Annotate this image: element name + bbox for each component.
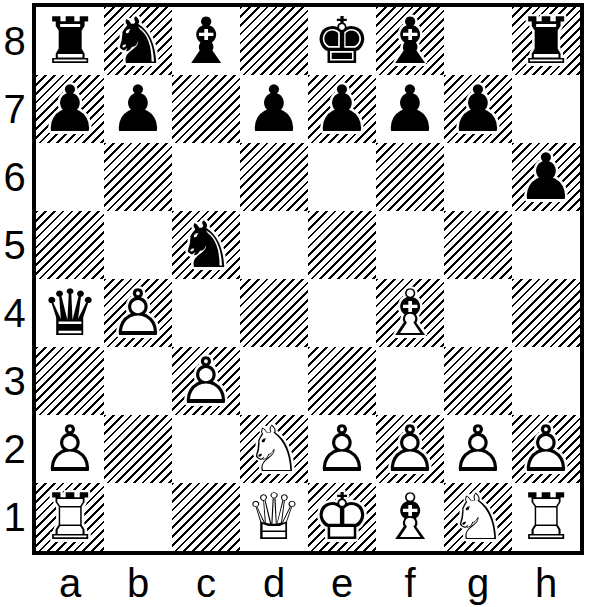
square-h6[interactable]: ♟ (512, 143, 580, 211)
file-label-f: f (376, 561, 444, 606)
square-g2[interactable]: ♟♙ (444, 415, 512, 483)
rank-labels: 87654321 (0, 7, 29, 551)
square-a3[interactable] (36, 347, 104, 415)
rank-label-1: 1 (0, 483, 29, 551)
square-a5[interactable] (36, 211, 104, 279)
square-h7[interactable] (512, 75, 580, 143)
square-h2[interactable]: ♟♙ (512, 415, 580, 483)
file-label-g: g (444, 561, 512, 606)
square-a2[interactable]: ♟♙ (36, 415, 104, 483)
square-g6[interactable] (444, 143, 512, 211)
black-bishop-c8[interactable]: ♝ (172, 7, 240, 75)
white-rook-h1[interactable]: ♖ (512, 483, 580, 551)
white-king-e1[interactable]: ♔ (308, 483, 376, 551)
square-f6[interactable] (376, 143, 444, 211)
square-b5[interactable] (104, 211, 172, 279)
black-rook-a8[interactable]: ♜ (36, 7, 104, 75)
square-a6[interactable] (36, 143, 104, 211)
square-h1[interactable]: ♜♖ (512, 483, 580, 551)
rank-label-3: 3 (0, 347, 29, 415)
square-d5[interactable] (240, 211, 308, 279)
square-c4[interactable] (172, 279, 240, 347)
square-h5[interactable] (512, 211, 580, 279)
square-f5[interactable] (376, 211, 444, 279)
square-g1[interactable]: ♞♘ (444, 483, 512, 551)
rank-label-8: 8 (0, 7, 29, 75)
square-b3[interactable] (104, 347, 172, 415)
square-f2[interactable]: ♟♙ (376, 415, 444, 483)
white-knight-g1[interactable]: ♘ (444, 483, 512, 551)
black-knight-c5[interactable]: ♞ (172, 211, 240, 279)
rank-label-6: 6 (0, 143, 29, 211)
square-g5[interactable] (444, 211, 512, 279)
white-rook-a1[interactable]: ♖ (36, 483, 104, 551)
square-h3[interactable] (512, 347, 580, 415)
black-king-e8[interactable]: ♚ (308, 7, 376, 75)
white-knight-d2[interactable]: ♘ (240, 415, 308, 483)
white-queen-d1[interactable]: ♕ (240, 483, 308, 551)
square-h8[interactable]: ♜ (512, 7, 580, 75)
square-c8[interactable]: ♝ (172, 7, 240, 75)
rank-label-2: 2 (0, 415, 29, 483)
file-label-h: h (512, 561, 580, 606)
square-b1[interactable] (104, 483, 172, 551)
black-knight-b8[interactable]: ♞ (104, 7, 172, 75)
white-bishop-f4[interactable]: ♗ (376, 279, 444, 347)
square-e2[interactable]: ♟♙ (308, 415, 376, 483)
square-f7[interactable]: ♟ (376, 75, 444, 143)
square-e7[interactable]: ♟ (308, 75, 376, 143)
square-g4[interactable] (444, 279, 512, 347)
square-d2[interactable]: ♞♘ (240, 415, 308, 483)
square-c6[interactable] (172, 143, 240, 211)
square-h4[interactable] (512, 279, 580, 347)
white-bishop-f1[interactable]: ♗ (376, 483, 444, 551)
square-b6[interactable] (104, 143, 172, 211)
square-e3[interactable] (308, 347, 376, 415)
square-f8[interactable]: ♝ (376, 7, 444, 75)
white-pawn-h2[interactable]: ♙ (512, 415, 580, 483)
square-d1[interactable]: ♛♕ (240, 483, 308, 551)
file-labels: abcdefgh (36, 561, 580, 605)
black-pawn-h6[interactable]: ♟ (512, 143, 580, 211)
black-pawn-g7[interactable]: ♟ (444, 75, 512, 143)
white-pawn-b4[interactable]: ♙ (104, 279, 172, 347)
white-pawn-g2[interactable]: ♙ (444, 415, 512, 483)
square-c5[interactable]: ♞ (172, 211, 240, 279)
square-c2[interactable] (172, 415, 240, 483)
square-b8[interactable]: ♞ (104, 7, 172, 75)
square-f3[interactable] (376, 347, 444, 415)
square-e4[interactable] (308, 279, 376, 347)
square-f1[interactable]: ♝♗ (376, 483, 444, 551)
chess-diagram: 87654321 ♜♞♝♚♝♜♟♟♟♟♟♟♟♞♛♟♙♝♗♟♙♟♙♞♘♟♙♟♙♟♙… (0, 0, 590, 607)
square-f4[interactable]: ♝♗ (376, 279, 444, 347)
rank-label-7: 7 (0, 75, 29, 143)
chess-board: ♜♞♝♚♝♜♟♟♟♟♟♟♟♞♛♟♙♝♗♟♙♟♙♞♘♟♙♟♙♟♙♟♙♜♖♛♕♚♔♝… (32, 3, 584, 555)
file-label-e: e (308, 561, 376, 606)
black-rook-h8[interactable]: ♜ (512, 7, 580, 75)
square-g7[interactable]: ♟ (444, 75, 512, 143)
black-queen-a4[interactable]: ♛ (36, 279, 104, 347)
file-label-b: b (104, 561, 172, 606)
black-bishop-f8[interactable]: ♝ (376, 7, 444, 75)
rank-label-5: 5 (0, 211, 29, 279)
square-a8[interactable]: ♜ (36, 7, 104, 75)
black-pawn-b7[interactable]: ♟ (104, 75, 172, 143)
square-e8[interactable]: ♚ (308, 7, 376, 75)
square-e1[interactable]: ♚♔ (308, 483, 376, 551)
square-b2[interactable] (104, 415, 172, 483)
square-b7[interactable]: ♟ (104, 75, 172, 143)
file-label-c: c (172, 561, 240, 606)
square-e5[interactable] (308, 211, 376, 279)
square-c1[interactable] (172, 483, 240, 551)
white-pawn-a2[interactable]: ♙ (36, 415, 104, 483)
black-pawn-f7[interactable]: ♟ (376, 75, 444, 143)
white-pawn-c3[interactable]: ♙ (172, 347, 240, 415)
square-g8[interactable] (444, 7, 512, 75)
square-c7[interactable] (172, 75, 240, 143)
square-d3[interactable] (240, 347, 308, 415)
black-pawn-e7[interactable]: ♟ (308, 75, 376, 143)
white-pawn-e2[interactable]: ♙ (308, 415, 376, 483)
square-g3[interactable] (444, 347, 512, 415)
square-a1[interactable]: ♜♖ (36, 483, 104, 551)
black-pawn-a7[interactable]: ♟ (36, 75, 104, 143)
white-pawn-f2[interactable]: ♙ (376, 415, 444, 483)
file-label-a: a (36, 561, 104, 606)
file-label-d: d (240, 561, 308, 606)
square-c3[interactable]: ♟♙ (172, 347, 240, 415)
square-d7[interactable]: ♟ (240, 75, 308, 143)
square-d4[interactable] (240, 279, 308, 347)
black-pawn-d7[interactable]: ♟ (240, 75, 308, 143)
square-d6[interactable] (240, 143, 308, 211)
rank-label-4: 4 (0, 279, 29, 347)
square-a7[interactable]: ♟ (36, 75, 104, 143)
square-b4[interactable]: ♟♙ (104, 279, 172, 347)
square-d8[interactable] (240, 7, 308, 75)
square-e6[interactable] (308, 143, 376, 211)
square-a4[interactable]: ♛ (36, 279, 104, 347)
